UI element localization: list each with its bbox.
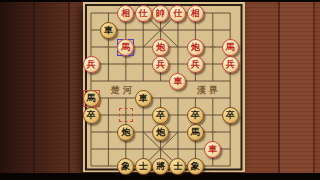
- last-move-from-marker: [119, 108, 133, 122]
- piece-label: 卒: [191, 110, 200, 119]
- piece-label: 卒: [156, 110, 165, 119]
- piece-red-相[interactable]: 相: [187, 5, 204, 22]
- piece-label: 兵: [87, 59, 96, 68]
- piece-label: 車: [139, 93, 148, 102]
- piece-label: 仕: [173, 8, 182, 17]
- selected-piece-brackets: [117, 39, 134, 56]
- piece-label: 馬: [226, 42, 235, 51]
- piece-red-帥[interactable]: 帥: [152, 5, 169, 22]
- piece-black-士[interactable]: 士: [135, 158, 152, 175]
- piece-label: 車: [208, 144, 217, 153]
- piece-label: 象: [121, 161, 130, 170]
- piece-label: 士: [139, 161, 148, 170]
- piece-red-車[interactable]: 車: [204, 141, 221, 158]
- bracket-corner-tl: [83, 90, 89, 96]
- piece-black-象[interactable]: 象: [117, 158, 134, 175]
- piece-black-卒[interactable]: 卒: [222, 107, 239, 124]
- piece-red-炮[interactable]: 炮: [152, 39, 169, 56]
- piece-red-仕[interactable]: 仕: [135, 5, 152, 22]
- piece-black-卒[interactable]: 卒: [187, 107, 204, 124]
- xiangqi-app-screen: 楚河 漢界 相仕帥仕相馬炮炮馬兵兵兵兵車車車馬車卒卒卒卒炮炮馬象士將士象: [0, 0, 320, 180]
- piece-red-兵[interactable]: 兵: [222, 56, 239, 73]
- piece-red-相[interactable]: 相: [117, 5, 134, 22]
- piece-label: 士: [173, 161, 182, 170]
- piece-black-象[interactable]: 象: [187, 158, 204, 175]
- piece-label: 將: [156, 161, 165, 170]
- piece-red-炮[interactable]: 炮: [187, 39, 204, 56]
- bracket-corner-tl: [117, 39, 123, 45]
- piece-red-兵[interactable]: 兵: [152, 56, 169, 73]
- piece-label: 車: [173, 76, 182, 85]
- piece-black-馬[interactable]: 馬: [187, 124, 204, 141]
- bracket-corner-bl: [117, 50, 123, 56]
- piece-label: 仕: [139, 8, 148, 17]
- bracket-corner-br: [94, 101, 100, 107]
- bracket-corner-tr: [128, 39, 134, 45]
- piece-label: 馬: [191, 127, 200, 136]
- piece-label: 兵: [226, 59, 235, 68]
- bracket-corner-br: [128, 50, 134, 56]
- piece-label: 兵: [156, 59, 165, 68]
- piece-label: 炮: [191, 42, 200, 51]
- bracket-corner-bl: [83, 101, 89, 107]
- piece-black-車[interactable]: 車: [135, 90, 152, 107]
- piece-label: 炮: [156, 127, 165, 136]
- piece-red-兵[interactable]: 兵: [83, 56, 100, 73]
- piece-black-士[interactable]: 士: [169, 158, 186, 175]
- piece-black-炮[interactable]: 炮: [117, 124, 134, 141]
- piece-label: 炮: [156, 42, 165, 51]
- piece-red-仕[interactable]: 仕: [169, 5, 186, 22]
- piece-label: 相: [121, 8, 130, 17]
- piece-label: 卒: [226, 110, 235, 119]
- piece-label: 相: [191, 8, 200, 17]
- piece-label: 車: [104, 25, 113, 34]
- piece-label: 帥: [156, 8, 165, 17]
- letterbox-bar-top: [0, 0, 320, 2]
- piece-red-車[interactable]: 車: [169, 73, 186, 90]
- last-move-to-marker: [83, 90, 100, 107]
- piece-black-車[interactable]: 車: [100, 22, 117, 39]
- bracket-corner-tr: [94, 90, 100, 96]
- piece-label: 兵: [191, 59, 200, 68]
- piece-label: 炮: [121, 127, 130, 136]
- piece-label: 象: [191, 161, 200, 170]
- pieces-grid: 相仕帥仕相馬炮炮馬兵兵兵兵車車車馬車卒卒卒卒炮炮馬象士將士象: [82, 5, 239, 175]
- piece-label: 卒: [87, 110, 96, 119]
- xiangqi-board[interactable]: 楚河 漢界 相仕帥仕相馬炮炮馬兵兵兵兵車車車馬車卒卒卒卒炮炮馬象士將士象: [83, 1, 245, 172]
- piece-black-卒[interactable]: 卒: [83, 107, 100, 124]
- piece-black-炮[interactable]: 炮: [152, 124, 169, 141]
- piece-red-馬[interactable]: 馬: [222, 39, 239, 56]
- piece-black-將[interactable]: 將: [152, 158, 169, 175]
- piece-red-兵[interactable]: 兵: [187, 56, 204, 73]
- piece-black-卒[interactable]: 卒: [152, 107, 169, 124]
